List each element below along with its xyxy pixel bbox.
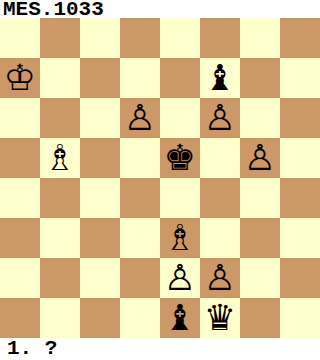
square-f5[interactable] (200, 138, 240, 178)
square-e4[interactable] (160, 178, 200, 218)
square-a2[interactable] (0, 258, 40, 298)
square-c2[interactable] (80, 258, 120, 298)
square-f1[interactable]: ♛ (200, 298, 240, 338)
move-prompt: 1. ? (0, 338, 320, 360)
white-pawn-icon: ♙ (204, 98, 236, 138)
square-d4[interactable] (120, 178, 160, 218)
square-d7[interactable] (120, 58, 160, 98)
square-e1[interactable]: ♝ (160, 298, 200, 338)
square-e8[interactable] (160, 18, 200, 58)
square-d5[interactable] (120, 138, 160, 178)
square-a5[interactable] (0, 138, 40, 178)
square-c3[interactable] (80, 218, 120, 258)
square-b6[interactable] (40, 98, 80, 138)
white-pawn-icon: ♙ (204, 258, 236, 298)
white-king-icon: ♔ (4, 58, 36, 98)
square-h2[interactable] (280, 258, 320, 298)
square-h4[interactable] (280, 178, 320, 218)
square-d3[interactable] (120, 218, 160, 258)
square-c6[interactable] (80, 98, 120, 138)
square-e6[interactable] (160, 98, 200, 138)
square-a1[interactable] (0, 298, 40, 338)
chess-diagram-page: MES.1033 ♔♝♙♙♗♚♙♗♙♙♝♛ 1. ? (0, 0, 320, 360)
square-h7[interactable] (280, 58, 320, 98)
square-g3[interactable] (240, 218, 280, 258)
square-b1[interactable] (40, 298, 80, 338)
square-c5[interactable] (80, 138, 120, 178)
square-d1[interactable] (120, 298, 160, 338)
square-g8[interactable] (240, 18, 280, 58)
square-e2[interactable]: ♙ (160, 258, 200, 298)
square-a6[interactable] (0, 98, 40, 138)
square-e3[interactable]: ♗ (160, 218, 200, 258)
black-king-icon: ♚ (164, 138, 196, 178)
square-b4[interactable] (40, 178, 80, 218)
white-pawn-icon: ♙ (244, 138, 276, 178)
square-d8[interactable] (120, 18, 160, 58)
square-c8[interactable] (80, 18, 120, 58)
square-c1[interactable] (80, 298, 120, 338)
diagram-title: MES.1033 (0, 0, 320, 18)
square-b8[interactable] (40, 18, 80, 58)
square-a4[interactable] (0, 178, 40, 218)
chess-board: ♔♝♙♙♗♚♙♗♙♙♝♛ (0, 18, 320, 338)
square-h8[interactable] (280, 18, 320, 58)
square-f7[interactable]: ♝ (200, 58, 240, 98)
square-a3[interactable] (0, 218, 40, 258)
square-g5[interactable]: ♙ (240, 138, 280, 178)
square-h5[interactable] (280, 138, 320, 178)
square-f3[interactable] (200, 218, 240, 258)
square-e7[interactable] (160, 58, 200, 98)
square-f2[interactable]: ♙ (200, 258, 240, 298)
white-pawn-icon: ♙ (124, 98, 156, 138)
square-f6[interactable]: ♙ (200, 98, 240, 138)
white-pawn-icon: ♙ (164, 258, 196, 298)
white-bishop-icon: ♗ (44, 138, 76, 178)
square-f4[interactable] (200, 178, 240, 218)
square-g4[interactable] (240, 178, 280, 218)
square-h6[interactable] (280, 98, 320, 138)
square-d6[interactable]: ♙ (120, 98, 160, 138)
square-a8[interactable] (0, 18, 40, 58)
square-h3[interactable] (280, 218, 320, 258)
square-b2[interactable] (40, 258, 80, 298)
square-b3[interactable] (40, 218, 80, 258)
square-c4[interactable] (80, 178, 120, 218)
square-a7[interactable]: ♔ (0, 58, 40, 98)
square-b5[interactable]: ♗ (40, 138, 80, 178)
square-h1[interactable] (280, 298, 320, 338)
square-b7[interactable] (40, 58, 80, 98)
black-bishop-icon: ♝ (164, 298, 196, 338)
square-g2[interactable] (240, 258, 280, 298)
square-d2[interactable] (120, 258, 160, 298)
black-bishop-icon: ♝ (204, 58, 236, 98)
square-e5[interactable]: ♚ (160, 138, 200, 178)
square-f8[interactable] (200, 18, 240, 58)
square-g7[interactable] (240, 58, 280, 98)
square-g6[interactable] (240, 98, 280, 138)
white-bishop-icon: ♗ (164, 218, 196, 258)
square-g1[interactable] (240, 298, 280, 338)
square-c7[interactable] (80, 58, 120, 98)
black-queen-icon: ♛ (204, 298, 236, 338)
